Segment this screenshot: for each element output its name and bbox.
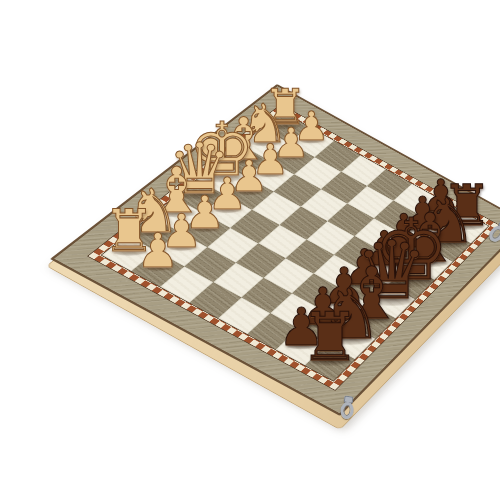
piece-white-pawn[interactable]: ♟ [136,227,179,275]
pieces-layer: ♜♞♝♛♚♝♞♜♟♟♟♟♟♟♟♟♟♟♟♟♟♟♟♟♜♞♝♛♚♝♞♜ [40,16,500,500]
clasp-ring [339,401,354,420]
chess-set-photo: ♜♞♝♛♚♝♞♜♟♟♟♟♟♟♟♟♟♟♟♟♟♟♟♟♜♞♝♛♚♝♞♜ Folding… [40,16,500,500]
piece-black-rook[interactable]: ♜ [300,304,360,370]
